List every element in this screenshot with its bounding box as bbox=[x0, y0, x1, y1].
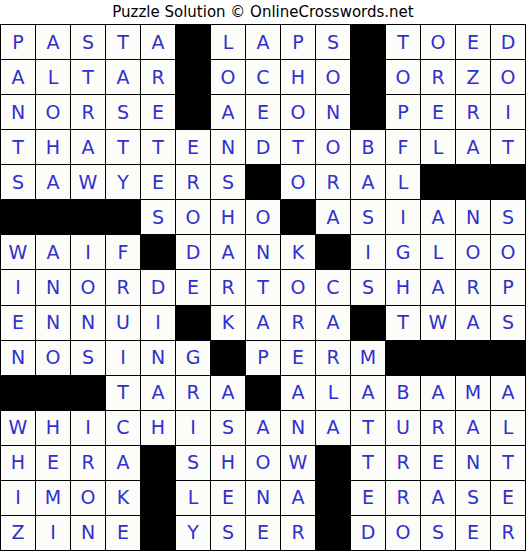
letter-cell: P bbox=[386, 95, 421, 130]
letter-cell: O bbox=[176, 200, 211, 235]
black-cell bbox=[316, 446, 351, 481]
black-cell bbox=[141, 481, 176, 516]
letter-cell: R bbox=[71, 95, 106, 130]
letter-cell: O bbox=[246, 200, 281, 235]
letter-cell: A bbox=[491, 376, 526, 411]
black-cell bbox=[246, 376, 281, 411]
black-cell bbox=[386, 341, 421, 376]
letter-cell: T bbox=[106, 25, 141, 60]
letter-cell: A bbox=[246, 306, 281, 341]
letter-cell: T bbox=[491, 130, 526, 165]
letter-cell: S bbox=[141, 200, 176, 235]
letter-cell: A bbox=[421, 376, 456, 411]
letter-cell: P bbox=[1, 25, 36, 60]
letter-cell: R bbox=[386, 446, 421, 481]
letter-cell: S bbox=[491, 306, 526, 341]
letter-cell: T bbox=[386, 306, 421, 341]
black-cell bbox=[176, 95, 211, 130]
letter-cell: E bbox=[141, 165, 176, 200]
letter-cell: A bbox=[211, 376, 246, 411]
letter-cell: T bbox=[351, 411, 386, 446]
letter-cell: R bbox=[421, 60, 456, 95]
letter-cell: D bbox=[351, 516, 386, 551]
letter-cell: N bbox=[456, 200, 491, 235]
letter-cell: T bbox=[491, 446, 526, 481]
letter-cell: N bbox=[71, 306, 106, 341]
letter-cell: O bbox=[281, 95, 316, 130]
letter-cell: O bbox=[36, 95, 71, 130]
letter-cell: N bbox=[456, 446, 491, 481]
letter-cell: A bbox=[456, 411, 491, 446]
letter-cell: W bbox=[421, 306, 456, 341]
letter-cell: M bbox=[456, 376, 491, 411]
letter-cell: T bbox=[71, 60, 106, 95]
black-cell bbox=[351, 25, 386, 60]
black-cell bbox=[316, 481, 351, 516]
letter-cell: A bbox=[316, 411, 351, 446]
letter-cell: S bbox=[211, 411, 246, 446]
letter-cell: T bbox=[281, 130, 316, 165]
letter-cell: S bbox=[491, 200, 526, 235]
letter-cell: Y bbox=[106, 165, 141, 200]
letter-cell: A bbox=[106, 60, 141, 95]
letter-cell: I bbox=[36, 516, 71, 551]
letter-cell: E bbox=[281, 341, 316, 376]
letter-cell: R bbox=[421, 411, 456, 446]
letter-cell: A bbox=[421, 270, 456, 305]
letter-cell: E bbox=[456, 516, 491, 551]
black-cell bbox=[106, 200, 141, 235]
letter-cell: L bbox=[316, 376, 351, 411]
black-cell bbox=[71, 376, 106, 411]
letter-cell: N bbox=[1, 341, 36, 376]
letter-cell: K bbox=[281, 235, 316, 270]
letter-cell: E bbox=[246, 95, 281, 130]
letter-cell: H bbox=[281, 60, 316, 95]
black-cell bbox=[456, 341, 491, 376]
letter-cell: E bbox=[421, 95, 456, 130]
letter-cell: S bbox=[211, 516, 246, 551]
black-cell bbox=[351, 60, 386, 95]
letter-cell: S bbox=[421, 516, 456, 551]
letter-cell: R bbox=[141, 60, 176, 95]
letter-cell: A bbox=[141, 376, 176, 411]
letter-cell: O bbox=[211, 60, 246, 95]
letter-cell: A bbox=[246, 25, 281, 60]
black-cell bbox=[176, 25, 211, 60]
letter-cell: R bbox=[106, 270, 141, 305]
crossword-grid: PASTALAPSTOEDALTAROCHOORZONORSEAEONPERIT… bbox=[0, 24, 526, 551]
letter-cell: F bbox=[106, 235, 141, 270]
letter-cell: U bbox=[386, 411, 421, 446]
letter-cell: E bbox=[36, 446, 71, 481]
letter-cell: K bbox=[211, 306, 246, 341]
letter-cell: I bbox=[106, 341, 141, 376]
letter-cell: P bbox=[491, 270, 526, 305]
letter-cell: L bbox=[421, 130, 456, 165]
letter-cell: R bbox=[456, 95, 491, 130]
letter-cell: B bbox=[351, 130, 386, 165]
letter-cell: R bbox=[386, 481, 421, 516]
black-cell bbox=[246, 165, 281, 200]
letter-cell: H bbox=[36, 130, 71, 165]
letter-cell: A bbox=[456, 130, 491, 165]
black-cell bbox=[421, 165, 456, 200]
letter-cell: N bbox=[36, 306, 71, 341]
letter-cell: T bbox=[106, 130, 141, 165]
black-cell bbox=[141, 516, 176, 551]
page-title: Puzzle Solution © OnlineCrosswords.net bbox=[0, 0, 526, 24]
letter-cell: A bbox=[1, 60, 36, 95]
letter-cell: A bbox=[281, 376, 316, 411]
letter-cell: O bbox=[281, 270, 316, 305]
letter-cell: H bbox=[211, 200, 246, 235]
letter-cell: A bbox=[36, 165, 71, 200]
letter-cell: O bbox=[491, 235, 526, 270]
letter-cell: R bbox=[71, 446, 106, 481]
letter-cell: K bbox=[106, 481, 141, 516]
letter-cell: Z bbox=[1, 516, 36, 551]
letter-cell: A bbox=[211, 235, 246, 270]
black-cell bbox=[71, 200, 106, 235]
letter-cell: M bbox=[351, 341, 386, 376]
letter-cell: W bbox=[1, 235, 36, 270]
letter-cell: D bbox=[141, 270, 176, 305]
letter-cell: H bbox=[36, 411, 71, 446]
letter-cell: W bbox=[1, 411, 36, 446]
letter-cell: Y bbox=[176, 516, 211, 551]
letter-cell: A bbox=[36, 25, 71, 60]
letter-cell: F bbox=[386, 130, 421, 165]
letter-cell: U bbox=[106, 306, 141, 341]
letter-cell: S bbox=[106, 95, 141, 130]
letter-cell: R bbox=[491, 516, 526, 551]
black-cell bbox=[176, 60, 211, 95]
letter-cell: O bbox=[491, 60, 526, 95]
black-cell bbox=[351, 95, 386, 130]
letter-cell: A bbox=[246, 411, 281, 446]
letter-cell: S bbox=[316, 25, 351, 60]
letter-cell: T bbox=[351, 446, 386, 481]
letter-cell: O bbox=[71, 270, 106, 305]
black-cell bbox=[36, 376, 71, 411]
letter-cell: A bbox=[351, 165, 386, 200]
letter-cell: O bbox=[246, 446, 281, 481]
letter-cell: R bbox=[176, 376, 211, 411]
letter-cell: O bbox=[386, 60, 421, 95]
black-cell bbox=[316, 235, 351, 270]
letter-cell: L bbox=[421, 235, 456, 270]
letter-cell: O bbox=[386, 516, 421, 551]
letter-cell: A bbox=[421, 481, 456, 516]
black-cell bbox=[316, 516, 351, 551]
letter-cell: S bbox=[71, 25, 106, 60]
letter-cell: N bbox=[211, 130, 246, 165]
letter-cell: A bbox=[71, 130, 106, 165]
letter-cell: E bbox=[106, 516, 141, 551]
black-cell bbox=[141, 446, 176, 481]
black-cell bbox=[176, 306, 211, 341]
letter-cell: T bbox=[386, 25, 421, 60]
letter-cell: L bbox=[36, 60, 71, 95]
letter-cell: E bbox=[141, 95, 176, 130]
letter-cell: I bbox=[176, 411, 211, 446]
letter-cell: S bbox=[456, 481, 491, 516]
letter-cell: S bbox=[176, 446, 211, 481]
letter-cell: E bbox=[1, 306, 36, 341]
letter-cell: N bbox=[281, 411, 316, 446]
letter-cell: S bbox=[71, 341, 106, 376]
letter-cell: I bbox=[491, 95, 526, 130]
letter-cell: E bbox=[491, 481, 526, 516]
letter-cell: O bbox=[71, 481, 106, 516]
letter-cell: N bbox=[316, 95, 351, 130]
letter-cell: I bbox=[386, 200, 421, 235]
letter-cell: P bbox=[281, 25, 316, 60]
letter-cell: T bbox=[1, 130, 36, 165]
black-cell bbox=[456, 165, 491, 200]
letter-cell: S bbox=[351, 270, 386, 305]
letter-cell: R bbox=[281, 516, 316, 551]
letter-cell: E bbox=[211, 481, 246, 516]
black-cell bbox=[211, 341, 246, 376]
letter-cell: M bbox=[36, 481, 71, 516]
letter-cell: O bbox=[36, 341, 71, 376]
letter-cell: E bbox=[176, 270, 211, 305]
letter-cell: H bbox=[386, 270, 421, 305]
puzzle-solution-page: Puzzle Solution © OnlineCrosswords.net P… bbox=[0, 0, 526, 551]
letter-cell: L bbox=[386, 165, 421, 200]
letter-cell: G bbox=[176, 341, 211, 376]
letter-cell: S bbox=[351, 200, 386, 235]
letter-cell: N bbox=[141, 341, 176, 376]
letter-cell: N bbox=[246, 235, 281, 270]
letter-cell: A bbox=[316, 306, 351, 341]
letter-cell: R bbox=[456, 270, 491, 305]
letter-cell: E bbox=[421, 446, 456, 481]
black-cell bbox=[421, 341, 456, 376]
black-cell bbox=[351, 306, 386, 341]
letter-cell: I bbox=[1, 270, 36, 305]
letter-cell: O bbox=[316, 60, 351, 95]
letter-cell: O bbox=[456, 235, 491, 270]
letter-cell: S bbox=[1, 165, 36, 200]
letter-cell: R bbox=[211, 270, 246, 305]
letter-cell: T bbox=[106, 376, 141, 411]
letter-cell: L bbox=[491, 411, 526, 446]
letter-cell: C bbox=[316, 270, 351, 305]
letter-cell: I bbox=[141, 306, 176, 341]
letter-cell: I bbox=[71, 235, 106, 270]
letter-cell: T bbox=[141, 130, 176, 165]
letter-cell: O bbox=[421, 25, 456, 60]
letter-cell: I bbox=[71, 411, 106, 446]
letter-cell: P bbox=[246, 341, 281, 376]
letter-cell: T bbox=[246, 270, 281, 305]
black-cell bbox=[491, 165, 526, 200]
letter-cell: A bbox=[211, 95, 246, 130]
letter-cell: L bbox=[176, 481, 211, 516]
letter-cell: I bbox=[351, 235, 386, 270]
letter-cell: Z bbox=[456, 60, 491, 95]
letter-cell: O bbox=[316, 130, 351, 165]
letter-cell: D bbox=[176, 235, 211, 270]
letter-cell: L bbox=[211, 25, 246, 60]
letter-cell: A bbox=[351, 376, 386, 411]
letter-cell: A bbox=[316, 200, 351, 235]
letter-cell: R bbox=[281, 306, 316, 341]
black-cell bbox=[36, 200, 71, 235]
black-cell bbox=[1, 376, 36, 411]
letter-cell: B bbox=[386, 376, 421, 411]
letter-cell: E bbox=[246, 516, 281, 551]
letter-cell: A bbox=[456, 306, 491, 341]
letter-cell: O bbox=[281, 165, 316, 200]
letter-cell: S bbox=[211, 165, 246, 200]
black-cell bbox=[141, 235, 176, 270]
letter-cell: A bbox=[281, 481, 316, 516]
letter-cell: E bbox=[351, 481, 386, 516]
letter-cell: C bbox=[246, 60, 281, 95]
letter-cell: G bbox=[386, 235, 421, 270]
letter-cell: R bbox=[176, 165, 211, 200]
letter-cell: W bbox=[281, 446, 316, 481]
black-cell bbox=[281, 200, 316, 235]
letter-cell: H bbox=[211, 446, 246, 481]
letter-cell: A bbox=[421, 200, 456, 235]
letter-cell: N bbox=[36, 270, 71, 305]
black-cell bbox=[491, 341, 526, 376]
letter-cell: N bbox=[246, 481, 281, 516]
black-cell bbox=[1, 200, 36, 235]
letter-cell: D bbox=[246, 130, 281, 165]
letter-cell: E bbox=[456, 25, 491, 60]
letter-cell: A bbox=[36, 235, 71, 270]
letter-cell: D bbox=[491, 25, 526, 60]
letter-cell: N bbox=[71, 516, 106, 551]
letter-cell: E bbox=[176, 130, 211, 165]
letter-cell: I bbox=[1, 481, 36, 516]
letter-cell: A bbox=[141, 25, 176, 60]
letter-cell: W bbox=[71, 165, 106, 200]
letter-cell: R bbox=[316, 165, 351, 200]
letter-cell: N bbox=[1, 95, 36, 130]
letter-cell: H bbox=[1, 446, 36, 481]
letter-cell: R bbox=[316, 341, 351, 376]
letter-cell: A bbox=[106, 446, 141, 481]
letter-cell: C bbox=[106, 411, 141, 446]
letter-cell: H bbox=[141, 411, 176, 446]
